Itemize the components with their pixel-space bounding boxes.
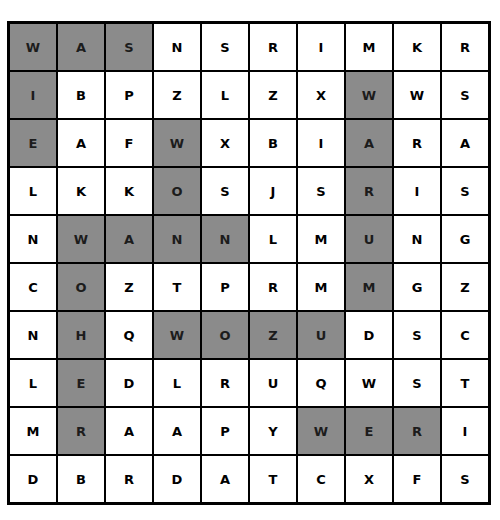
cell-letter: P: [220, 425, 230, 438]
cell-r7c5[interactable]: O: [201, 311, 249, 359]
cell-letter: I: [463, 425, 468, 438]
cell-letter: B: [268, 137, 278, 150]
cell-r4c4[interactable]: O: [153, 167, 201, 215]
cell-letter: S: [460, 89, 469, 102]
cell-r5c4[interactable]: N: [153, 215, 201, 263]
cell-r2c3[interactable]: P: [105, 71, 153, 119]
cell-r7c9[interactable]: S: [393, 311, 441, 359]
cell-letter: K: [124, 185, 134, 198]
cell-r8c5[interactable]: R: [201, 359, 249, 407]
cell-r5c3[interactable]: A: [105, 215, 153, 263]
cell-r1c5[interactable]: S: [201, 23, 249, 71]
cell-r1c4[interactable]: N: [153, 23, 201, 71]
cell-r4c7[interactable]: S: [297, 167, 345, 215]
cell-r6c6[interactable]: R: [249, 263, 297, 311]
cell-letter: E: [29, 137, 38, 150]
cell-letter: R: [220, 377, 230, 390]
cell-r10c6[interactable]: T: [249, 455, 297, 503]
cell-r9c2[interactable]: R: [57, 407, 105, 455]
cell-r8c8[interactable]: W: [345, 359, 393, 407]
cell-letter: L: [29, 377, 37, 390]
cell-letter: P: [124, 89, 134, 102]
cell-letter: R: [124, 473, 134, 486]
cell-letter: W: [74, 233, 88, 246]
cell-r1c8[interactable]: M: [345, 23, 393, 71]
cell-r5c5[interactable]: N: [201, 215, 249, 263]
cell-r4c10[interactable]: S: [441, 167, 489, 215]
cell-letter: S: [460, 473, 469, 486]
cell-r4c1[interactable]: L: [9, 167, 57, 215]
cell-r5c2[interactable]: W: [57, 215, 105, 263]
cell-letter: F: [413, 473, 422, 486]
cell-letter: N: [28, 233, 39, 246]
cell-letter: N: [220, 233, 231, 246]
cell-letter: R: [76, 425, 86, 438]
cell-letter: X: [316, 89, 326, 102]
cell-r7c6[interactable]: Z: [249, 311, 297, 359]
cell-letter: G: [460, 233, 471, 246]
cell-r4c9[interactable]: I: [393, 167, 441, 215]
cell-r2c8[interactable]: W: [345, 71, 393, 119]
cell-letter: Z: [172, 89, 181, 102]
cell-r7c3[interactable]: Q: [105, 311, 153, 359]
cell-letter: O: [75, 281, 86, 294]
cell-r10c5[interactable]: A: [201, 455, 249, 503]
cell-letter: S: [412, 329, 421, 342]
cell-letter: B: [76, 473, 86, 486]
cell-r3c5[interactable]: X: [201, 119, 249, 167]
cell-r3c4[interactable]: W: [153, 119, 201, 167]
word-search-grid: WASNSRIMKRIBPZLZXWWSEAFWXBIARALKKOSJSRIS…: [7, 21, 491, 505]
cell-letter: T: [173, 281, 182, 294]
cell-letter: A: [220, 473, 230, 486]
cell-r6c4[interactable]: T: [153, 263, 201, 311]
cell-r5c6[interactable]: L: [249, 215, 297, 263]
cell-letter: G: [412, 281, 423, 294]
cell-r4c2[interactable]: K: [57, 167, 105, 215]
cell-letter: C: [460, 329, 470, 342]
cell-r5c7[interactable]: M: [297, 215, 345, 263]
cell-letter: R: [412, 137, 422, 150]
cell-r9c7[interactable]: W: [297, 407, 345, 455]
cell-r3c6[interactable]: B: [249, 119, 297, 167]
cell-letter: M: [27, 425, 40, 438]
cell-r7c1[interactable]: N: [9, 311, 57, 359]
cell-letter: A: [364, 137, 374, 150]
cell-r7c8[interactable]: D: [345, 311, 393, 359]
cell-letter: D: [124, 377, 135, 390]
cell-letter: S: [460, 185, 469, 198]
cell-r5c9[interactable]: N: [393, 215, 441, 263]
cell-letter: W: [26, 41, 40, 54]
cell-r6c3[interactable]: Z: [105, 263, 153, 311]
cell-r1c3[interactable]: S: [105, 23, 153, 71]
cell-r7c2[interactable]: H: [57, 311, 105, 359]
cell-r8c4[interactable]: L: [153, 359, 201, 407]
cell-r3c8[interactable]: A: [345, 119, 393, 167]
cell-r10c9[interactable]: F: [393, 455, 441, 503]
cell-r2c9[interactable]: W: [393, 71, 441, 119]
cell-letter: D: [172, 473, 183, 486]
cell-letter: E: [77, 377, 86, 390]
cell-letter: N: [172, 233, 183, 246]
cell-letter: Q: [123, 329, 134, 342]
cell-r2c7[interactable]: X: [297, 71, 345, 119]
cell-r10c8[interactable]: X: [345, 455, 393, 503]
cell-letter: X: [220, 137, 230, 150]
cell-r10c10[interactable]: S: [441, 455, 489, 503]
cell-r1c1[interactable]: W: [9, 23, 57, 71]
cell-r3c10[interactable]: A: [441, 119, 489, 167]
cell-letter: O: [171, 185, 182, 198]
cell-letter: D: [28, 473, 39, 486]
cell-r10c2[interactable]: B: [57, 455, 105, 503]
cell-letter: U: [268, 377, 279, 390]
cell-r2c5[interactable]: L: [201, 71, 249, 119]
cell-r3c3[interactable]: F: [105, 119, 153, 167]
cell-r2c1[interactable]: I: [9, 71, 57, 119]
cell-letter: P: [220, 281, 230, 294]
cell-letter: E: [365, 425, 374, 438]
cell-r6c2[interactable]: O: [57, 263, 105, 311]
cell-letter: I: [319, 41, 324, 54]
cell-r9c8[interactable]: E: [345, 407, 393, 455]
cell-letter: A: [172, 425, 182, 438]
cell-letter: L: [173, 377, 181, 390]
cell-letter: W: [170, 137, 184, 150]
cell-r3c9[interactable]: R: [393, 119, 441, 167]
cell-letter: K: [412, 41, 422, 54]
cell-r9c3[interactable]: A: [105, 407, 153, 455]
cell-letter: A: [124, 425, 134, 438]
cell-r10c3[interactable]: R: [105, 455, 153, 503]
cell-letter: N: [28, 329, 39, 342]
cell-letter: D: [364, 329, 375, 342]
cell-r9c5[interactable]: P: [201, 407, 249, 455]
cell-r1c2[interactable]: A: [57, 23, 105, 71]
cell-r2c4[interactable]: Z: [153, 71, 201, 119]
cell-r10c7[interactable]: C: [297, 455, 345, 503]
cell-letter: R: [364, 185, 374, 198]
cell-letter: T: [461, 377, 470, 390]
cell-letter: M: [315, 233, 328, 246]
cell-letter: M: [363, 281, 376, 294]
cell-letter: S: [220, 185, 229, 198]
cell-letter: L: [221, 89, 229, 102]
cell-letter: L: [29, 185, 37, 198]
cell-r1c10[interactable]: R: [441, 23, 489, 71]
cell-r2c10[interactable]: S: [441, 71, 489, 119]
cell-letter: J: [271, 185, 276, 198]
cell-r8c6[interactable]: U: [249, 359, 297, 407]
cell-r7c10[interactable]: C: [441, 311, 489, 359]
cell-r4c5[interactable]: S: [201, 167, 249, 215]
cell-r6c1[interactable]: C: [9, 263, 57, 311]
cell-r4c8[interactable]: R: [345, 167, 393, 215]
cell-r3c7[interactable]: I: [297, 119, 345, 167]
cell-letter: R: [412, 425, 422, 438]
cell-letter: Z: [460, 281, 469, 294]
cell-r4c6[interactable]: J: [249, 167, 297, 215]
cell-letter: X: [364, 473, 374, 486]
cell-letter: C: [28, 281, 38, 294]
cell-letter: Z: [268, 329, 277, 342]
cell-letter: C: [316, 473, 326, 486]
cell-letter: N: [172, 41, 183, 54]
cell-r3c2[interactable]: A: [57, 119, 105, 167]
cell-r9c10[interactable]: I: [441, 407, 489, 455]
cell-r8c9[interactable]: S: [393, 359, 441, 407]
cell-letter: W: [410, 89, 424, 102]
cell-letter: A: [76, 137, 86, 150]
cell-r10c4[interactable]: D: [153, 455, 201, 503]
word-search-page: WASNSRIMKRIBPZLZXWWSEAFWXBIARALKKOSJSRIS…: [0, 0, 500, 520]
cell-letter: M: [315, 281, 328, 294]
cell-letter: S: [220, 41, 229, 54]
cell-letter: S: [316, 185, 325, 198]
cell-letter: M: [363, 41, 376, 54]
cell-r10c1[interactable]: D: [9, 455, 57, 503]
cell-letter: S: [124, 41, 133, 54]
cell-r6c9[interactable]: G: [393, 263, 441, 311]
cell-r8c3[interactable]: D: [105, 359, 153, 407]
cell-r1c9[interactable]: K: [393, 23, 441, 71]
cell-r6c8[interactable]: M: [345, 263, 393, 311]
cell-letter: U: [364, 233, 375, 246]
cell-r1c7[interactable]: I: [297, 23, 345, 71]
cell-r2c6[interactable]: Z: [249, 71, 297, 119]
cell-letter: R: [268, 41, 278, 54]
cell-letter: R: [268, 281, 278, 294]
cell-letter: A: [460, 137, 470, 150]
cell-letter: U: [316, 329, 327, 342]
cell-r6c5[interactable]: P: [201, 263, 249, 311]
cell-letter: Z: [124, 281, 133, 294]
cell-r4c3[interactable]: K: [105, 167, 153, 215]
cell-letter: N: [412, 233, 423, 246]
cell-r5c8[interactable]: U: [345, 215, 393, 263]
cell-letter: W: [170, 329, 184, 342]
cell-r5c10[interactable]: G: [441, 215, 489, 263]
cell-letter: W: [314, 425, 328, 438]
cell-r8c7[interactable]: Q: [297, 359, 345, 407]
cell-letter: S: [412, 377, 421, 390]
cell-r7c7[interactable]: U: [297, 311, 345, 359]
cell-letter: R: [460, 41, 470, 54]
cell-r3c1[interactable]: E: [9, 119, 57, 167]
cell-r7c4[interactable]: W: [153, 311, 201, 359]
cell-r9c4[interactable]: A: [153, 407, 201, 455]
cell-r1c6[interactable]: R: [249, 23, 297, 71]
cell-letter: H: [76, 329, 87, 342]
cell-r6c10[interactable]: Z: [441, 263, 489, 311]
cell-letter: A: [76, 41, 86, 54]
cell-letter: I: [415, 185, 420, 198]
cell-letter: Z: [268, 89, 277, 102]
cell-letter: L: [269, 233, 277, 246]
cell-r2c2[interactable]: B: [57, 71, 105, 119]
cell-letter: K: [76, 185, 86, 198]
cell-r5c1[interactable]: N: [9, 215, 57, 263]
cell-letter: W: [362, 377, 376, 390]
cell-letter: I: [319, 137, 324, 150]
cell-r8c10[interactable]: T: [441, 359, 489, 407]
cell-r9c6[interactable]: Y: [249, 407, 297, 455]
cell-r8c2[interactable]: E: [57, 359, 105, 407]
cell-r8c1[interactable]: L: [9, 359, 57, 407]
cell-letter: W: [362, 89, 376, 102]
cell-letter: F: [125, 137, 134, 150]
cell-letter: O: [219, 329, 230, 342]
cell-letter: Y: [268, 425, 277, 438]
cell-letter: Q: [315, 377, 326, 390]
cell-letter: A: [124, 233, 134, 246]
cell-r9c9[interactable]: R: [393, 407, 441, 455]
cell-letter: T: [269, 473, 278, 486]
cell-r6c7[interactable]: M: [297, 263, 345, 311]
cell-letter: B: [76, 89, 86, 102]
cell-letter: I: [31, 89, 36, 102]
cell-r9c1[interactable]: M: [9, 407, 57, 455]
